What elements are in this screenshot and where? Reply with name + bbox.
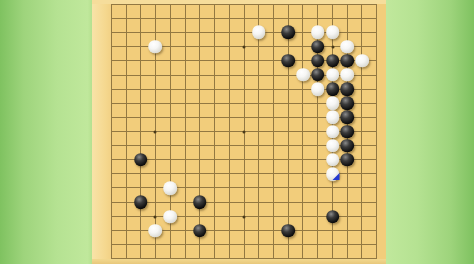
board-cell[interactable] (112, 203, 127, 217)
board-cell[interactable] (348, 174, 363, 188)
board-cell[interactable] (156, 47, 171, 61)
board-cell[interactable] (171, 33, 186, 47)
board-cell[interactable] (348, 118, 363, 132)
board-cell[interactable] (156, 5, 171, 19)
board-cell[interactable] (230, 61, 245, 75)
board-cell[interactable] (333, 132, 348, 146)
board-cell[interactable] (274, 174, 289, 188)
board-cell[interactable] (318, 174, 333, 188)
board-cell[interactable] (333, 231, 348, 245)
board-cell[interactable] (215, 203, 230, 217)
board-cell[interactable] (215, 146, 230, 160)
board-cell[interactable] (362, 160, 377, 174)
board-cell[interactable] (348, 217, 363, 231)
board-cell[interactable] (274, 245, 289, 259)
board-cell[interactable] (362, 188, 377, 202)
board-cell[interactable] (186, 5, 201, 19)
board-cell[interactable] (112, 132, 127, 146)
board-cell[interactable] (303, 90, 318, 104)
board-cell[interactable] (333, 19, 348, 33)
board-cell[interactable] (200, 19, 215, 33)
board-cell[interactable] (303, 33, 318, 47)
board-cell[interactable] (362, 217, 377, 231)
board-cell[interactable] (333, 90, 348, 104)
board-cell[interactable] (200, 76, 215, 90)
board-cell[interactable] (141, 118, 156, 132)
board-cell[interactable] (141, 61, 156, 75)
board-cell[interactable] (245, 203, 260, 217)
board-cell[interactable] (230, 118, 245, 132)
board-cell[interactable] (156, 132, 171, 146)
board-cell[interactable] (362, 47, 377, 61)
board-cell[interactable] (318, 231, 333, 245)
board-cell[interactable] (289, 90, 304, 104)
board-cell[interactable] (230, 5, 245, 19)
board-cell[interactable] (245, 188, 260, 202)
board-cell[interactable] (186, 146, 201, 160)
board-cell[interactable] (200, 104, 215, 118)
board-cell[interactable] (348, 47, 363, 61)
board-cell[interactable] (318, 132, 333, 146)
board-cell[interactable] (141, 203, 156, 217)
board-cell[interactable] (333, 160, 348, 174)
board-cell[interactable] (303, 76, 318, 90)
board-cell[interactable] (333, 61, 348, 75)
board-cell[interactable] (362, 245, 377, 259)
board-cell[interactable] (230, 132, 245, 146)
board-cell[interactable] (259, 203, 274, 217)
board-cell[interactable] (289, 160, 304, 174)
board-cell[interactable] (333, 245, 348, 259)
board-cell[interactable] (127, 76, 142, 90)
board-cell[interactable] (303, 217, 318, 231)
board-cell[interactable] (127, 132, 142, 146)
board-cell[interactable] (171, 188, 186, 202)
board-cell[interactable] (274, 104, 289, 118)
board-cell[interactable] (200, 245, 215, 259)
board-cell[interactable] (215, 76, 230, 90)
board-cell[interactable] (200, 231, 215, 245)
board-cell[interactable] (303, 146, 318, 160)
board-cell[interactable] (259, 160, 274, 174)
board-cell[interactable] (230, 188, 245, 202)
board-cell[interactable] (156, 245, 171, 259)
board-cell[interactable] (333, 33, 348, 47)
board-cell[interactable] (333, 217, 348, 231)
board-cell[interactable] (362, 231, 377, 245)
board-cell[interactable] (289, 245, 304, 259)
board-cell[interactable] (230, 160, 245, 174)
board-cell[interactable] (171, 231, 186, 245)
board-cell[interactable] (318, 188, 333, 202)
board-cell[interactable] (141, 146, 156, 160)
board-cell[interactable] (112, 33, 127, 47)
board-cell[interactable] (141, 174, 156, 188)
board-cell[interactable] (289, 76, 304, 90)
board-cell[interactable] (348, 19, 363, 33)
board-cell[interactable] (112, 19, 127, 33)
board-cell[interactable] (362, 33, 377, 47)
board-cell[interactable] (215, 217, 230, 231)
board-cell[interactable] (230, 146, 245, 160)
board-cell[interactable] (245, 160, 260, 174)
board-cell[interactable] (230, 19, 245, 33)
board-cell[interactable] (141, 47, 156, 61)
board-cell[interactable] (274, 217, 289, 231)
board-cell[interactable] (200, 61, 215, 75)
board-cell[interactable] (245, 90, 260, 104)
board-cell[interactable] (245, 174, 260, 188)
board-cell[interactable] (215, 132, 230, 146)
board-cell[interactable] (200, 160, 215, 174)
board-cell[interactable] (127, 231, 142, 245)
board-cell[interactable] (141, 19, 156, 33)
board-cell[interactable] (112, 47, 127, 61)
board-cell[interactable] (141, 160, 156, 174)
board-cell[interactable] (274, 90, 289, 104)
board-cell[interactable] (156, 33, 171, 47)
board-cell[interactable] (274, 47, 289, 61)
board-cell[interactable] (230, 47, 245, 61)
board-cell[interactable] (303, 61, 318, 75)
board-cell[interactable] (348, 146, 363, 160)
board-cell[interactable] (259, 245, 274, 259)
board-cell[interactable] (186, 47, 201, 61)
board-cell[interactable] (230, 245, 245, 259)
board-cell[interactable] (318, 146, 333, 160)
board-cell[interactable] (303, 188, 318, 202)
board-cell[interactable] (127, 104, 142, 118)
board-cell[interactable] (274, 231, 289, 245)
board-cell[interactable] (259, 188, 274, 202)
board-cell[interactable] (274, 19, 289, 33)
board-cell[interactable] (333, 76, 348, 90)
board-cell[interactable] (171, 118, 186, 132)
board-cell[interactable] (186, 245, 201, 259)
board-cell[interactable] (112, 90, 127, 104)
board-cell[interactable] (200, 174, 215, 188)
board-cell[interactable] (156, 61, 171, 75)
board-cell[interactable] (245, 146, 260, 160)
board-cell[interactable] (289, 203, 304, 217)
board-cell[interactable] (141, 217, 156, 231)
board-cell[interactable] (112, 245, 127, 259)
board-cell[interactable] (186, 231, 201, 245)
board-cell[interactable] (186, 188, 201, 202)
board-cell[interactable] (318, 33, 333, 47)
board-cell[interactable] (215, 104, 230, 118)
board-cell[interactable] (127, 146, 142, 160)
board-cell[interactable] (362, 19, 377, 33)
board-cell[interactable] (215, 118, 230, 132)
board-cell[interactable] (362, 132, 377, 146)
board-cell[interactable] (318, 217, 333, 231)
board-cell[interactable] (171, 132, 186, 146)
board-cell[interactable] (245, 217, 260, 231)
board-cell[interactable] (274, 5, 289, 19)
board-cell[interactable] (215, 160, 230, 174)
board-cell[interactable] (186, 217, 201, 231)
board-cell[interactable] (362, 61, 377, 75)
board-cell[interactable] (274, 203, 289, 217)
board-cell[interactable] (186, 76, 201, 90)
board-cell[interactable] (274, 132, 289, 146)
board-cell[interactable] (112, 231, 127, 245)
board-cell[interactable] (318, 203, 333, 217)
board-cell[interactable] (186, 90, 201, 104)
board-cell[interactable] (215, 47, 230, 61)
board-cell[interactable] (318, 47, 333, 61)
board-cell[interactable] (200, 146, 215, 160)
board-cell[interactable] (303, 203, 318, 217)
board-cell[interactable] (333, 118, 348, 132)
board-cell[interactable] (259, 231, 274, 245)
board-cell[interactable] (215, 33, 230, 47)
board-cell[interactable] (127, 118, 142, 132)
board-cell[interactable] (274, 146, 289, 160)
board-cell[interactable] (156, 160, 171, 174)
board-cell[interactable] (259, 5, 274, 19)
board-cell[interactable] (333, 174, 348, 188)
board-cell[interactable] (127, 19, 142, 33)
board-cell[interactable] (112, 76, 127, 90)
board-cell[interactable] (259, 19, 274, 33)
board-cell[interactable] (318, 245, 333, 259)
board-cell[interactable] (303, 118, 318, 132)
board-cell[interactable] (259, 174, 274, 188)
board-cell[interactable] (348, 76, 363, 90)
board-cell[interactable] (141, 33, 156, 47)
board-cell[interactable] (200, 5, 215, 19)
board-cell[interactable] (348, 132, 363, 146)
board-cell[interactable] (186, 104, 201, 118)
board-cell[interactable] (141, 90, 156, 104)
board-cell[interactable] (348, 90, 363, 104)
board-cell[interactable] (289, 47, 304, 61)
board-cell[interactable] (127, 245, 142, 259)
board-cell[interactable] (362, 146, 377, 160)
board-cell[interactable] (186, 174, 201, 188)
board-cell[interactable] (156, 19, 171, 33)
board-cell[interactable] (318, 90, 333, 104)
board-cell[interactable] (156, 146, 171, 160)
board-cell[interactable] (348, 203, 363, 217)
board-cell[interactable] (318, 19, 333, 33)
board-cell[interactable] (318, 61, 333, 75)
board-cell[interactable] (289, 61, 304, 75)
board-cell[interactable] (171, 160, 186, 174)
board-cell[interactable] (156, 188, 171, 202)
board-cell[interactable] (156, 76, 171, 90)
board-cell[interactable] (141, 5, 156, 19)
board-cell[interactable] (274, 118, 289, 132)
board-cell[interactable] (259, 217, 274, 231)
board-cell[interactable] (245, 245, 260, 259)
board-cell[interactable] (215, 90, 230, 104)
board-cell[interactable] (303, 5, 318, 19)
board-cell[interactable] (200, 217, 215, 231)
board-cell[interactable] (200, 90, 215, 104)
board-cell[interactable] (333, 188, 348, 202)
board-cell[interactable] (156, 174, 171, 188)
board-cell[interactable] (215, 174, 230, 188)
board-cell[interactable] (112, 61, 127, 75)
board-cell[interactable] (303, 174, 318, 188)
board-cell[interactable] (215, 245, 230, 259)
board-cell[interactable] (215, 231, 230, 245)
board-cell[interactable] (171, 245, 186, 259)
board-cell[interactable] (186, 118, 201, 132)
board-cell[interactable] (127, 217, 142, 231)
board-cell[interactable] (156, 118, 171, 132)
board-cell[interactable] (230, 104, 245, 118)
board-cell[interactable] (230, 231, 245, 245)
board-cell[interactable] (200, 118, 215, 132)
board-cell[interactable] (274, 76, 289, 90)
board-cell[interactable] (303, 19, 318, 33)
board-grid[interactable] (111, 4, 377, 259)
board-cell[interactable] (112, 174, 127, 188)
board-cell[interactable] (362, 203, 377, 217)
board-cell[interactable] (127, 5, 142, 19)
board-cell[interactable] (289, 231, 304, 245)
board-cell[interactable] (259, 33, 274, 47)
board-cell[interactable] (348, 188, 363, 202)
board-cell[interactable] (348, 245, 363, 259)
board-cell[interactable] (186, 33, 201, 47)
board-cell[interactable] (171, 47, 186, 61)
board-cell[interactable] (200, 47, 215, 61)
board-cell[interactable] (348, 5, 363, 19)
board-cell[interactable] (141, 76, 156, 90)
board-cell[interactable] (333, 47, 348, 61)
board-cell[interactable] (127, 174, 142, 188)
board-cell[interactable] (171, 203, 186, 217)
board-cell[interactable] (259, 118, 274, 132)
board-cell[interactable] (245, 231, 260, 245)
board-cell[interactable] (141, 104, 156, 118)
board-cell[interactable] (171, 217, 186, 231)
board-cell[interactable] (289, 188, 304, 202)
board-cell[interactable] (318, 5, 333, 19)
board-cell[interactable] (215, 19, 230, 33)
board-cell[interactable] (362, 76, 377, 90)
board-cell[interactable] (245, 118, 260, 132)
board-cell[interactable] (127, 203, 142, 217)
board-cell[interactable] (127, 33, 142, 47)
board-cell[interactable] (245, 104, 260, 118)
board-cell[interactable] (318, 118, 333, 132)
board-cell[interactable] (245, 19, 260, 33)
board-cell[interactable] (318, 76, 333, 90)
board-cell[interactable] (333, 203, 348, 217)
board-cell[interactable] (171, 90, 186, 104)
board-cell[interactable] (333, 5, 348, 19)
board-cell[interactable] (289, 104, 304, 118)
board-cell[interactable] (200, 188, 215, 202)
board-cell[interactable] (171, 104, 186, 118)
board-cell[interactable] (230, 203, 245, 217)
board-cell[interactable] (245, 5, 260, 19)
board-cell[interactable] (259, 132, 274, 146)
board-cell[interactable] (186, 19, 201, 33)
board-cell[interactable] (230, 33, 245, 47)
board-cell[interactable] (318, 104, 333, 118)
board-cell[interactable] (259, 104, 274, 118)
board-cell[interactable] (348, 104, 363, 118)
board-cell[interactable] (230, 90, 245, 104)
board-cell[interactable] (318, 160, 333, 174)
board-cell[interactable] (127, 61, 142, 75)
board-cell[interactable] (112, 188, 127, 202)
board-cell[interactable] (303, 245, 318, 259)
board-cell[interactable] (274, 160, 289, 174)
board-cell[interactable] (127, 47, 142, 61)
board-cell[interactable] (289, 174, 304, 188)
board-cell[interactable] (112, 146, 127, 160)
board-cell[interactable] (303, 160, 318, 174)
board-cell[interactable] (289, 118, 304, 132)
board-cell[interactable] (200, 132, 215, 146)
board-cell[interactable] (348, 61, 363, 75)
board-cell[interactable] (156, 104, 171, 118)
board-cell[interactable] (215, 61, 230, 75)
board-cell[interactable] (230, 174, 245, 188)
board-cell[interactable] (171, 146, 186, 160)
board-cell[interactable] (259, 90, 274, 104)
board-cell[interactable] (171, 174, 186, 188)
board-cell[interactable] (245, 33, 260, 47)
board-cell[interactable] (259, 146, 274, 160)
board-cell[interactable] (348, 33, 363, 47)
board-cell[interactable] (362, 118, 377, 132)
board-cell[interactable] (362, 5, 377, 19)
board-cell[interactable] (156, 217, 171, 231)
board-cell[interactable] (141, 132, 156, 146)
board-cell[interactable] (112, 104, 127, 118)
board-cell[interactable] (141, 231, 156, 245)
board-cell[interactable] (171, 5, 186, 19)
board-cell[interactable] (127, 90, 142, 104)
board-cell[interactable] (303, 47, 318, 61)
board-cell[interactable] (141, 188, 156, 202)
board-cell[interactable] (289, 33, 304, 47)
board-cell[interactable] (259, 61, 274, 75)
board-cell[interactable] (362, 90, 377, 104)
board-cell[interactable] (289, 217, 304, 231)
board-cell[interactable] (127, 160, 142, 174)
board-cell[interactable] (215, 5, 230, 19)
board-cell[interactable] (245, 76, 260, 90)
board-cell[interactable] (274, 33, 289, 47)
board-cell[interactable] (112, 5, 127, 19)
board-cell[interactable] (141, 245, 156, 259)
board-cell[interactable] (230, 217, 245, 231)
board-cell[interactable] (303, 231, 318, 245)
board-cell[interactable] (362, 174, 377, 188)
board-cell[interactable] (245, 61, 260, 75)
board-cell[interactable] (171, 19, 186, 33)
board-cell[interactable] (171, 61, 186, 75)
board-cell[interactable] (215, 188, 230, 202)
board-cell[interactable] (112, 160, 127, 174)
board-cell[interactable] (289, 5, 304, 19)
board-cell[interactable] (259, 76, 274, 90)
board-cell[interactable] (156, 203, 171, 217)
board-cell[interactable] (274, 61, 289, 75)
board-cell[interactable] (171, 76, 186, 90)
board-cell[interactable] (348, 231, 363, 245)
